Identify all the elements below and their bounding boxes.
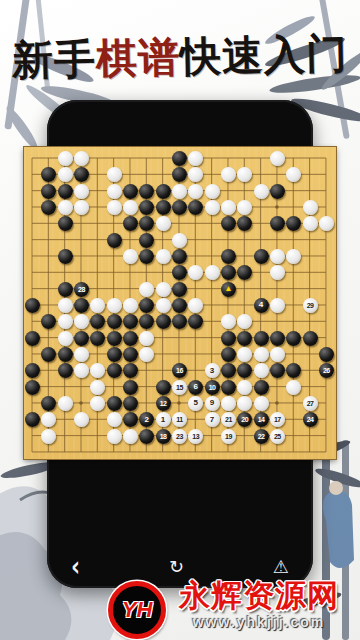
white-stone[interactable] [58,396,73,411]
white-stone[interactable] [90,396,105,411]
black-stone[interactable] [270,184,285,199]
black-stone-move-10[interactable]: 10 [205,380,220,395]
black-stone[interactable] [107,233,122,248]
white-stone[interactable] [319,216,334,231]
black-stone[interactable] [74,298,89,313]
move-number: 6 [194,383,198,391]
black-stone[interactable] [58,363,73,378]
black-stone[interactable] [139,216,154,231]
logo-site-url: www.yhkjjj.com [166,614,352,630]
black-stone[interactable] [139,233,154,248]
white-stone[interactable] [58,151,73,166]
white-stone[interactable] [221,396,236,411]
black-stone-move-24[interactable]: 24 [303,412,318,427]
black-stone[interactable] [90,314,105,329]
black-stone[interactable] [172,167,187,182]
white-stone[interactable] [41,412,56,427]
white-stone[interactable] [303,200,318,215]
black-stone[interactable] [58,184,73,199]
move-number: 13 [192,433,199,440]
white-stone-move-27[interactable]: 27 [303,396,318,411]
black-stone[interactable] [58,347,73,362]
white-stone-move-13[interactable]: 13 [188,429,203,444]
white-stone-move-15[interactable]: 15 [172,380,187,395]
black-stone[interactable] [58,282,73,297]
page-title: 新手棋谱快速入门 [0,26,360,89]
black-stone[interactable] [221,249,236,264]
warning-icon[interactable]: ⚠ [273,558,289,576]
white-stone[interactable] [74,347,89,362]
black-stone[interactable] [58,249,73,264]
move-number: 12 [160,400,167,407]
white-stone[interactable] [286,380,301,395]
black-stone[interactable]: ▲ [221,282,236,297]
black-stone[interactable] [25,363,40,378]
move-number: 26 [323,367,330,374]
white-stone[interactable] [58,314,73,329]
move-number: 29 [307,302,314,309]
black-stone[interactable] [221,363,236,378]
move-number: 18 [160,433,167,440]
white-stone-move-29[interactable]: 29 [303,298,318,313]
black-stone-move-16[interactable]: 16 [172,363,187,378]
white-stone[interactable] [188,298,203,313]
page: 新手棋谱快速入门 28▲4291626361015125927220142411… [0,0,360,640]
white-stone[interactable] [254,184,269,199]
white-stone[interactable] [74,314,89,329]
white-stone[interactable] [286,249,301,264]
black-stone[interactable] [123,396,138,411]
black-stone[interactable] [221,265,236,280]
white-stone-move-1[interactable]: 1 [156,412,171,427]
white-stone[interactable] [205,200,220,215]
white-stone[interactable] [303,216,318,231]
white-stone[interactable] [188,265,203,280]
white-stone[interactable] [237,167,252,182]
black-stone[interactable] [123,363,138,378]
white-stone[interactable] [237,396,252,411]
move-number: 21 [225,416,232,423]
white-stone[interactable] [139,331,154,346]
white-stone[interactable] [90,380,105,395]
black-stone[interactable] [286,363,301,378]
black-stone[interactable] [123,216,138,231]
black-stone[interactable] [25,412,40,427]
white-stone[interactable] [58,167,73,182]
black-stone[interactable] [172,314,187,329]
black-stone[interactable] [25,331,40,346]
black-stone-move-22[interactable]: 22 [254,429,269,444]
black-stone[interactable] [303,331,318,346]
white-stone[interactable] [188,167,203,182]
black-stone[interactable] [172,282,187,297]
black-stone[interactable] [237,331,252,346]
white-stone[interactable] [74,151,89,166]
move-number: 10 [209,384,216,391]
black-stone[interactable] [237,265,252,280]
white-stone-move-19[interactable]: 19 [221,429,236,444]
black-stone[interactable] [172,200,187,215]
white-stone[interactable] [237,380,252,395]
white-stone[interactable] [74,363,89,378]
move-number: 23 [176,433,183,440]
move-number: 1 [161,416,165,424]
white-stone[interactable] [74,184,89,199]
move-number: 11 [176,416,182,423]
move-number: 3 [210,367,214,375]
black-stone[interactable] [107,314,122,329]
black-stone[interactable] [107,331,122,346]
white-stone[interactable] [156,282,171,297]
black-stone-move-18[interactable]: 18 [156,429,171,444]
black-stone[interactable] [221,380,236,395]
white-stone[interactable] [156,216,171,231]
black-stone-move-4[interactable]: 4 [254,298,269,313]
black-stone[interactable] [123,380,138,395]
white-stone[interactable] [123,429,138,444]
white-stone[interactable] [188,151,203,166]
white-stone[interactable] [270,151,285,166]
black-stone[interactable] [90,331,105,346]
white-stone[interactable] [221,167,236,182]
logo-badge: YH [108,581,166,639]
black-stone[interactable] [172,298,187,313]
black-stone[interactable] [172,249,187,264]
title-part1: 新手 [12,35,97,85]
white-stone[interactable] [139,282,154,297]
black-stone[interactable] [107,363,122,378]
black-stone[interactable] [172,265,187,280]
white-stone[interactable] [139,347,154,362]
white-stone-move-5[interactable]: 5 [188,396,203,411]
white-stone[interactable] [221,200,236,215]
white-stone-move-9[interactable]: 9 [205,396,220,411]
move-number: 22 [258,433,265,440]
black-stone[interactable] [156,380,171,395]
black-stone[interactable] [221,347,236,362]
white-stone[interactable] [107,429,122,444]
black-stone[interactable] [58,216,73,231]
black-stone[interactable] [188,314,203,329]
white-stone[interactable] [107,184,122,199]
black-stone[interactable] [139,184,154,199]
white-stone[interactable] [254,396,269,411]
black-stone-move-14[interactable]: 14 [254,412,269,427]
white-stone-move-25[interactable]: 25 [270,429,285,444]
white-stone[interactable] [41,429,56,444]
move-number: 17 [274,416,281,423]
move-number: 7 [210,416,214,424]
stones-layer: 28▲4291626361015125927220142411172117182… [24,150,334,460]
move-number: 28 [78,286,85,293]
move-number: 9 [210,399,214,407]
black-stone[interactable] [41,184,56,199]
black-stone[interactable] [254,249,269,264]
white-stone[interactable] [107,412,122,427]
black-stone[interactable] [107,347,122,362]
black-stone[interactable] [319,347,334,362]
white-stone[interactable] [123,249,138,264]
black-stone[interactable] [139,298,154,313]
white-stone[interactable] [270,347,285,362]
black-stone-move-20[interactable]: 20 [237,412,252,427]
black-stone[interactable] [41,396,56,411]
black-stone[interactable] [237,216,252,231]
white-stone[interactable] [156,249,171,264]
white-stone[interactable] [237,314,252,329]
blue-figure [323,491,354,568]
black-stone[interactable] [25,380,40,395]
white-stone[interactable] [237,200,252,215]
move-number: 4 [259,301,263,309]
black-stone[interactable] [41,200,56,215]
white-stone[interactable] [221,314,236,329]
black-stone[interactable] [270,216,285,231]
white-stone[interactable] [58,200,73,215]
black-stone[interactable] [41,167,56,182]
white-stone[interactable] [107,167,122,182]
move-number: 5 [194,399,198,407]
triangle-mark-icon: ▲ [224,285,232,293]
black-stone[interactable] [123,331,138,346]
black-stone-move-2[interactable]: 2 [139,412,154,427]
white-stone[interactable] [90,363,105,378]
black-stone-move-26[interactable]: 26 [319,363,334,378]
move-number: 14 [258,416,265,423]
white-stone[interactable] [205,265,220,280]
black-stone[interactable] [188,200,203,215]
logo-badge-text: YH [122,597,153,623]
black-stone-move-6[interactable]: 6 [188,380,203,395]
black-stone[interactable] [139,200,154,215]
black-stone[interactable] [286,331,301,346]
white-stone-move-23[interactable]: 23 [172,429,187,444]
white-stone[interactable] [270,249,285,264]
move-number: 27 [307,400,314,407]
black-stone[interactable] [156,314,171,329]
black-stone[interactable] [41,347,56,362]
white-stone[interactable] [172,184,187,199]
white-stone[interactable] [58,331,73,346]
white-stone-move-11[interactable]: 11 [172,412,187,427]
black-stone[interactable] [123,412,138,427]
white-stone[interactable] [254,347,269,362]
white-stone[interactable] [286,167,301,182]
black-stone[interactable] [237,363,252,378]
white-stone[interactable] [237,347,252,362]
white-stone-move-21[interactable]: 21 [221,412,236,427]
black-stone[interactable] [139,249,154,264]
black-stone[interactable] [156,184,171,199]
go-board[interactable]: 28▲4291626361015125927220142411172117182… [24,147,336,459]
white-stone[interactable] [123,200,138,215]
black-stone[interactable] [270,331,285,346]
black-stone[interactable] [25,298,40,313]
black-stone[interactable] [286,216,301,231]
move-number: 20 [241,416,248,423]
site-logo: YH 永辉资源网 www.yhkjjj.com [108,578,352,638]
black-stone[interactable] [254,331,269,346]
white-stone[interactable] [90,298,105,313]
black-stone[interactable] [74,331,89,346]
white-stone-move-3[interactable]: 3 [205,363,220,378]
move-number: 2 [145,416,149,424]
white-stone[interactable] [123,298,138,313]
white-stone-move-7[interactable]: 7 [205,412,220,427]
black-stone[interactable] [156,200,171,215]
move-number: 16 [176,367,183,374]
black-stone[interactable] [123,347,138,362]
back-icon[interactable]: ‹ [71,553,80,581]
white-stone-move-17[interactable]: 17 [270,412,285,427]
black-stone[interactable] [123,314,138,329]
white-stone[interactable] [205,184,220,199]
black-stone[interactable] [270,363,285,378]
move-number: 15 [176,384,183,391]
black-stone[interactable] [139,429,154,444]
black-stone[interactable] [41,314,56,329]
white-stone[interactable] [74,412,89,427]
white-stone[interactable] [58,298,73,313]
black-stone[interactable] [221,216,236,231]
white-stone[interactable] [107,298,122,313]
black-stone[interactable] [74,167,89,182]
white-stone[interactable] [254,363,269,378]
white-stone[interactable] [188,184,203,199]
white-stone[interactable] [270,298,285,313]
move-number: 25 [274,433,281,440]
black-stone-move-12[interactable]: 12 [156,396,171,411]
white-stone[interactable] [74,200,89,215]
refresh-icon[interactable]: ↻ [169,558,184,576]
black-stone[interactable] [172,151,187,166]
logo-site-name: 永辉资源网 [166,578,352,612]
black-stone[interactable] [221,331,236,346]
white-stone[interactable] [172,233,187,248]
title-highlight: 棋谱 [96,33,181,83]
black-stone-move-28[interactable]: 28 [74,282,89,297]
title-part2: 快速入门 [179,29,348,81]
black-stone[interactable] [107,396,122,411]
black-stone[interactable] [254,380,269,395]
white-stone[interactable] [107,200,122,215]
move-number: 19 [225,433,232,440]
white-stone[interactable] [270,265,285,280]
black-stone[interactable] [139,314,154,329]
black-stone[interactable] [123,184,138,199]
white-stone[interactable] [156,298,171,313]
move-number: 24 [307,416,314,423]
